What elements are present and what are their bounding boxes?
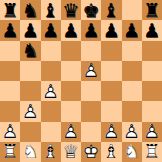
square-e6[interactable] bbox=[81, 41, 101, 61]
white-knight[interactable]: ♞♘ bbox=[122, 142, 142, 162]
black-knight[interactable]: ♞ bbox=[20, 41, 40, 61]
white-rook[interactable]: ♜♖ bbox=[0, 142, 20, 162]
square-c2[interactable] bbox=[41, 122, 61, 142]
black-pawn[interactable]: ♟ bbox=[41, 20, 61, 40]
white-pawn[interactable]: ♟♙ bbox=[81, 61, 101, 81]
square-a5[interactable] bbox=[0, 61, 20, 81]
square-b6[interactable]: ♞ bbox=[20, 41, 40, 61]
square-d1[interactable]: ♛♕ bbox=[61, 142, 81, 162]
square-h7[interactable]: ♟ bbox=[142, 20, 162, 40]
square-c8[interactable]: ♝ bbox=[41, 0, 61, 20]
square-c7[interactable]: ♟ bbox=[41, 20, 61, 40]
white-pawn[interactable]: ♟♙ bbox=[41, 81, 61, 101]
square-a6[interactable] bbox=[0, 41, 20, 61]
square-e7[interactable]: ♟ bbox=[81, 20, 101, 40]
square-a3[interactable] bbox=[0, 101, 20, 121]
square-f7[interactable]: ♟ bbox=[101, 20, 121, 40]
square-g7[interactable]: ♟ bbox=[122, 20, 142, 40]
black-pawn[interactable]: ♟ bbox=[122, 20, 142, 40]
white-queen[interactable]: ♛♕ bbox=[61, 142, 81, 162]
square-d5[interactable] bbox=[61, 61, 81, 81]
black-pawn[interactable]: ♟ bbox=[142, 20, 162, 40]
square-b7[interactable]: ♟ bbox=[20, 20, 40, 40]
black-rook[interactable]: ♜ bbox=[0, 0, 20, 20]
square-f4[interactable] bbox=[101, 81, 121, 101]
square-f1[interactable]: ♝♗ bbox=[101, 142, 121, 162]
white-king[interactable]: ♚♔ bbox=[81, 142, 101, 162]
white-pawn[interactable]: ♟♙ bbox=[20, 101, 40, 121]
square-b8[interactable]: ♞ bbox=[20, 0, 40, 20]
square-b5[interactable] bbox=[20, 61, 40, 81]
square-f2[interactable]: ♟♙ bbox=[101, 122, 121, 142]
square-h5[interactable] bbox=[142, 61, 162, 81]
white-rook[interactable]: ♜♖ bbox=[142, 142, 162, 162]
black-king[interactable]: ♚ bbox=[81, 0, 101, 20]
square-h3[interactable] bbox=[142, 101, 162, 121]
square-h2[interactable]: ♟♙ bbox=[142, 122, 162, 142]
square-b3[interactable]: ♟♙ bbox=[20, 101, 40, 121]
square-c4[interactable]: ♟♙ bbox=[41, 81, 61, 101]
square-f3[interactable] bbox=[101, 101, 121, 121]
square-h8[interactable]: ♜ bbox=[142, 0, 162, 20]
black-pawn[interactable]: ♟ bbox=[61, 20, 81, 40]
square-d4[interactable] bbox=[61, 81, 81, 101]
square-b2[interactable] bbox=[20, 122, 40, 142]
square-d2[interactable]: ♟♙ bbox=[61, 122, 81, 142]
square-a1[interactable]: ♜♖ bbox=[0, 142, 20, 162]
square-d6[interactable] bbox=[61, 41, 81, 61]
square-g2[interactable]: ♟♙ bbox=[122, 122, 142, 142]
square-b1[interactable]: ♞♘ bbox=[20, 142, 40, 162]
white-knight[interactable]: ♞♘ bbox=[20, 142, 40, 162]
square-e3[interactable] bbox=[81, 101, 101, 121]
square-d8[interactable]: ♛ bbox=[61, 0, 81, 20]
white-pawn[interactable]: ♟♙ bbox=[142, 122, 162, 142]
black-rook[interactable]: ♜ bbox=[142, 0, 162, 20]
black-pawn[interactable]: ♟ bbox=[0, 20, 20, 40]
square-d3[interactable] bbox=[61, 101, 81, 121]
black-pawn[interactable]: ♟ bbox=[81, 20, 101, 40]
square-c3[interactable] bbox=[41, 101, 61, 121]
black-bishop[interactable]: ♝ bbox=[101, 0, 121, 20]
square-f5[interactable] bbox=[101, 61, 121, 81]
square-h6[interactable] bbox=[142, 41, 162, 61]
square-a8[interactable]: ♜ bbox=[0, 0, 20, 20]
square-c5[interactable] bbox=[41, 61, 61, 81]
square-c1[interactable]: ♝♗ bbox=[41, 142, 61, 162]
square-b4[interactable] bbox=[20, 81, 40, 101]
black-pawn[interactable]: ♟ bbox=[101, 20, 121, 40]
square-h1[interactable]: ♜♖ bbox=[142, 142, 162, 162]
square-g3[interactable] bbox=[122, 101, 142, 121]
black-queen[interactable]: ♛ bbox=[61, 0, 81, 20]
white-bishop[interactable]: ♝♗ bbox=[101, 142, 121, 162]
white-pawn[interactable]: ♟♙ bbox=[122, 122, 142, 142]
square-e2[interactable] bbox=[81, 122, 101, 142]
square-g8[interactable] bbox=[122, 0, 142, 20]
white-pawn[interactable]: ♟♙ bbox=[101, 122, 121, 142]
square-g5[interactable] bbox=[122, 61, 142, 81]
square-e4[interactable] bbox=[81, 81, 101, 101]
square-a7[interactable]: ♟ bbox=[0, 20, 20, 40]
square-g1[interactable]: ♞♘ bbox=[122, 142, 142, 162]
square-e8[interactable]: ♚ bbox=[81, 0, 101, 20]
square-f8[interactable]: ♝ bbox=[101, 0, 121, 20]
square-g4[interactable] bbox=[122, 81, 142, 101]
square-f6[interactable] bbox=[101, 41, 121, 61]
square-d7[interactable]: ♟ bbox=[61, 20, 81, 40]
square-h4[interactable] bbox=[142, 81, 162, 101]
black-bishop[interactable]: ♝ bbox=[41, 0, 61, 20]
chess-board: ♜♞♝♛♚♝♜♟♟♟♟♟♟♟♟♞♟♙♟♙♟♙♟♙♟♙♟♙♟♙♟♙♜♖♞♘♝♗♛♕… bbox=[0, 0, 162, 162]
square-e1[interactable]: ♚♔ bbox=[81, 142, 101, 162]
square-g6[interactable] bbox=[122, 41, 142, 61]
black-knight[interactable]: ♞ bbox=[20, 0, 40, 20]
square-c6[interactable] bbox=[41, 41, 61, 61]
square-a2[interactable]: ♟♙ bbox=[0, 122, 20, 142]
white-bishop[interactable]: ♝♗ bbox=[41, 142, 61, 162]
square-a4[interactable] bbox=[0, 81, 20, 101]
white-pawn[interactable]: ♟♙ bbox=[61, 122, 81, 142]
white-pawn[interactable]: ♟♙ bbox=[0, 122, 20, 142]
black-pawn[interactable]: ♟ bbox=[20, 20, 40, 40]
square-e5[interactable]: ♟♙ bbox=[81, 61, 101, 81]
